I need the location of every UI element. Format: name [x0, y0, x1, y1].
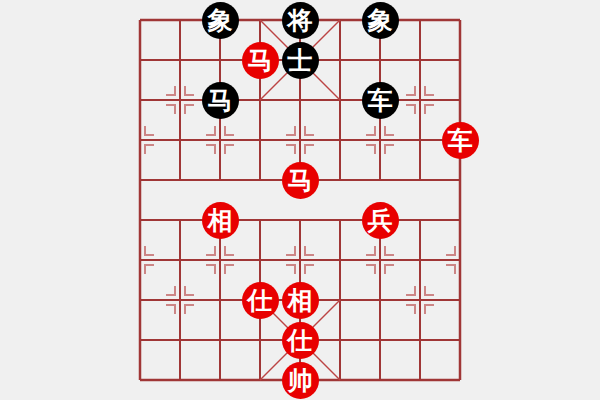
red-soldier[interactable]: 兵	[362, 202, 399, 239]
black-general[interactable]: 将	[282, 2, 319, 39]
black-elephant[interactable]: 象	[362, 2, 399, 39]
red-general[interactable]: 帅	[282, 362, 319, 399]
black-elephant[interactable]: 象	[202, 2, 239, 39]
red-advisor[interactable]: 仕	[282, 322, 319, 359]
red-elephant[interactable]: 相	[282, 282, 319, 319]
red-horse[interactable]: 马	[282, 162, 319, 199]
black-advisor[interactable]: 士	[282, 42, 319, 79]
red-advisor[interactable]: 仕	[242, 282, 279, 319]
black-horse[interactable]: 马	[202, 82, 239, 119]
pieces-layer: 象将象马士马车车马相兵仕相仕帅	[120, 0, 480, 400]
red-elephant[interactable]: 相	[202, 202, 239, 239]
xiangqi-board: 象将象马士马车车马相兵仕相仕帅	[0, 0, 600, 400]
black-chariot[interactable]: 车	[362, 82, 399, 119]
red-chariot[interactable]: 车	[442, 122, 479, 159]
red-horse[interactable]: 马	[242, 42, 279, 79]
